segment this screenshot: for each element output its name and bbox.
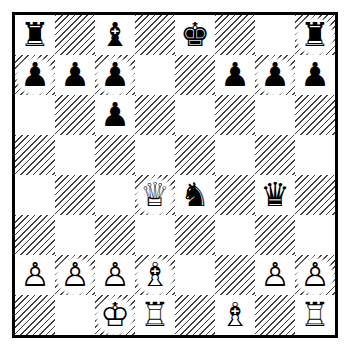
white-pawn[interactable]: ♙ [95, 255, 135, 295]
square-c2[interactable]: ♙ [95, 255, 135, 295]
white-bishop[interactable]: ♗ [215, 295, 255, 335]
square-d3[interactable] [135, 215, 175, 255]
white-pawn[interactable]: ♙ [55, 255, 95, 295]
square-c4[interactable] [95, 175, 135, 215]
chessboard: ♜♝♚♜♟♟♟♟♟♟♟♕♞♛♙♙♙♗♙♙♔♖♗♖ [15, 15, 335, 335]
square-d6[interactable] [135, 95, 175, 135]
black-pawn[interactable]: ♟ [55, 55, 95, 95]
square-b6[interactable] [55, 95, 95, 135]
square-g6[interactable] [255, 95, 295, 135]
black-rook[interactable]: ♜ [15, 15, 55, 55]
square-a3[interactable] [15, 215, 55, 255]
square-h7[interactable]: ♟ [295, 55, 335, 95]
square-a4[interactable] [15, 175, 55, 215]
black-pawn[interactable]: ♟ [295, 55, 335, 95]
square-b3[interactable] [55, 215, 95, 255]
white-queen[interactable]: ♕ [135, 175, 175, 215]
square-h6[interactable] [295, 95, 335, 135]
square-h3[interactable] [295, 215, 335, 255]
black-queen[interactable]: ♛ [255, 175, 295, 215]
square-c3[interactable] [95, 215, 135, 255]
white-pawn[interactable]: ♙ [15, 255, 55, 295]
square-f2[interactable] [215, 255, 255, 295]
square-c5[interactable] [95, 135, 135, 175]
square-h1[interactable]: ♖ [295, 295, 335, 335]
square-f5[interactable] [215, 135, 255, 175]
square-g8[interactable] [255, 15, 295, 55]
square-e2[interactable] [175, 255, 215, 295]
square-b8[interactable] [55, 15, 95, 55]
square-f1[interactable]: ♗ [215, 295, 255, 335]
square-c1[interactable]: ♔ [95, 295, 135, 335]
black-pawn[interactable]: ♟ [215, 55, 255, 95]
square-b7[interactable]: ♟ [55, 55, 95, 95]
white-rook[interactable]: ♖ [295, 295, 335, 335]
square-h8[interactable]: ♜ [295, 15, 335, 55]
square-d4[interactable]: ♕ [135, 175, 175, 215]
square-g3[interactable] [255, 215, 295, 255]
square-h4[interactable] [295, 175, 335, 215]
black-knight[interactable]: ♞ [175, 175, 215, 215]
square-f6[interactable] [215, 95, 255, 135]
square-f4[interactable] [215, 175, 255, 215]
square-a5[interactable] [15, 135, 55, 175]
square-b1[interactable] [55, 295, 95, 335]
square-a2[interactable]: ♙ [15, 255, 55, 295]
square-d1[interactable]: ♖ [135, 295, 175, 335]
square-c8[interactable]: ♝ [95, 15, 135, 55]
square-a6[interactable] [15, 95, 55, 135]
black-bishop[interactable]: ♝ [95, 15, 135, 55]
square-e5[interactable] [175, 135, 215, 175]
square-b4[interactable] [55, 175, 95, 215]
square-a8[interactable]: ♜ [15, 15, 55, 55]
square-c7[interactable]: ♟ [95, 55, 135, 95]
square-g2[interactable]: ♙ [255, 255, 295, 295]
black-rook[interactable]: ♜ [295, 15, 335, 55]
white-rook[interactable]: ♖ [135, 295, 175, 335]
white-king[interactable]: ♔ [95, 295, 135, 335]
square-a1[interactable] [15, 295, 55, 335]
square-d7[interactable] [135, 55, 175, 95]
square-e4[interactable]: ♞ [175, 175, 215, 215]
black-pawn[interactable]: ♟ [95, 95, 135, 135]
square-e1[interactable] [175, 295, 215, 335]
black-pawn[interactable]: ♟ [95, 55, 135, 95]
white-pawn[interactable]: ♙ [255, 255, 295, 295]
square-h2[interactable]: ♙ [295, 255, 335, 295]
square-e7[interactable] [175, 55, 215, 95]
square-f8[interactable] [215, 15, 255, 55]
white-pawn[interactable]: ♙ [295, 255, 335, 295]
square-d8[interactable] [135, 15, 175, 55]
square-g1[interactable] [255, 295, 295, 335]
black-king[interactable]: ♚ [175, 15, 215, 55]
square-b5[interactable] [55, 135, 95, 175]
square-c6[interactable]: ♟ [95, 95, 135, 135]
square-g5[interactable] [255, 135, 295, 175]
square-d5[interactable] [135, 135, 175, 175]
square-b2[interactable]: ♙ [55, 255, 95, 295]
white-bishop[interactable]: ♗ [135, 255, 175, 295]
square-h5[interactable] [295, 135, 335, 175]
square-f3[interactable] [215, 215, 255, 255]
square-g4[interactable]: ♛ [255, 175, 295, 215]
square-d2[interactable]: ♗ [135, 255, 175, 295]
square-e8[interactable]: ♚ [175, 15, 215, 55]
square-e3[interactable] [175, 215, 215, 255]
page: ♜♝♚♜♟♟♟♟♟♟♟♕♞♛♙♙♙♗♙♙♔♖♗♖ [0, 0, 350, 350]
chessboard-frame: ♜♝♚♜♟♟♟♟♟♟♟♕♞♛♙♙♙♗♙♙♔♖♗♖ [12, 12, 338, 338]
square-e6[interactable] [175, 95, 215, 135]
black-pawn[interactable]: ♟ [15, 55, 55, 95]
square-f7[interactable]: ♟ [215, 55, 255, 95]
square-a7[interactable]: ♟ [15, 55, 55, 95]
square-g7[interactable]: ♟ [255, 55, 295, 95]
black-pawn[interactable]: ♟ [255, 55, 295, 95]
